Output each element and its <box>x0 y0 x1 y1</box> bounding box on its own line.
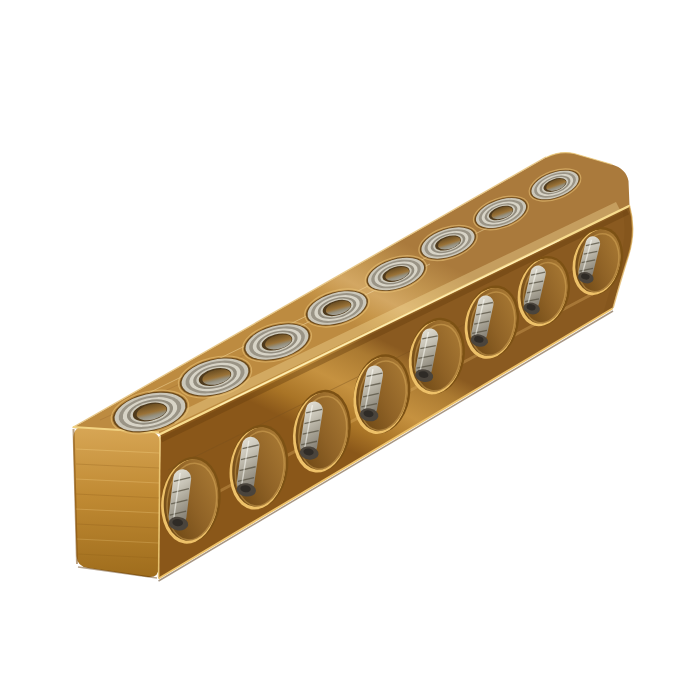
product-photo-canvas <box>0 0 700 700</box>
bus-bar-photo <box>0 0 700 700</box>
